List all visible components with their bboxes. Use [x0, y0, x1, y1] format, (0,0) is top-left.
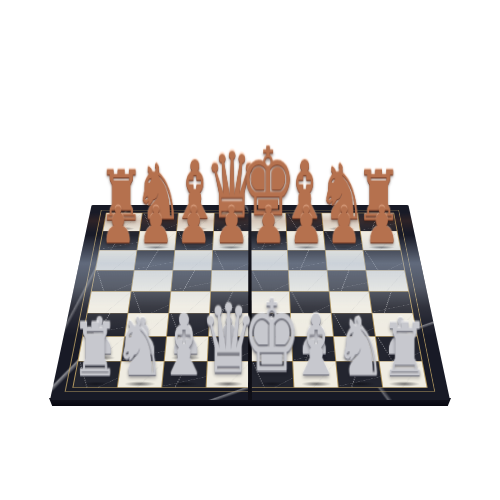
square-h5: [366, 270, 408, 291]
square-a5: [92, 270, 134, 291]
square-c7: ♟: [175, 231, 213, 250]
square-e7: ♟: [250, 231, 287, 250]
piece-black-pawn: ♟: [214, 200, 249, 250]
piece-black-pawn: ♟: [289, 200, 324, 250]
square-b7: ♟: [137, 231, 176, 250]
board-tilt: ♜♞♝♛♚♝♞♜♟♟♟♟♟♟♟♟♟♟♟♟♟♟♟♟♜♞♝♛♚♝♞♜: [50, 205, 450, 400]
square-f1: ♝: [294, 362, 339, 388]
piece-black-pawn: ♟: [176, 200, 211, 250]
square-g1: ♞: [337, 362, 383, 388]
square-b1: ♞: [118, 362, 164, 388]
chess-board: ♜♞♝♛♚♝♞♜♟♟♟♟♟♟♟♟♟♟♟♟♟♟♟♟♜♞♝♛♚♝♞♜: [50, 205, 450, 400]
piece-black-pawn: ♟: [327, 200, 362, 250]
piece-black-pawn: ♟: [101, 200, 136, 250]
piece-white-knight: ♞: [335, 307, 386, 387]
piece-white-rook: ♜: [71, 315, 119, 387]
square-a6: [96, 250, 137, 270]
square-d7: ♟: [213, 231, 250, 250]
square-h1: ♜: [380, 362, 427, 388]
square-d6: [212, 250, 250, 270]
square-g7: ♟: [324, 231, 363, 250]
square-c6: [173, 250, 212, 270]
piece-black-pawn: ♟: [252, 200, 287, 250]
piece-black-pawn: ♟: [365, 200, 400, 250]
square-g5: [328, 270, 369, 291]
square-f7: ♟: [287, 231, 325, 250]
square-b5: [131, 270, 172, 291]
piece-black-pawn: ♟: [138, 200, 173, 250]
piece-white-rook: ♜: [381, 315, 429, 387]
product-photo-scene: ♜♞♝♛♚♝♞♜♟♟♟♟♟♟♟♟♟♟♟♟♟♟♟♟♜♞♝♛♚♝♞♜: [0, 0, 500, 500]
square-h7: ♟: [361, 231, 401, 250]
square-h6: [364, 250, 405, 270]
square-e6: [250, 250, 288, 270]
square-f6: [288, 250, 327, 270]
square-g6: [326, 250, 366, 270]
square-b6: [134, 250, 174, 270]
square-e1: ♚: [250, 362, 293, 388]
square-a7: ♟: [100, 231, 140, 250]
